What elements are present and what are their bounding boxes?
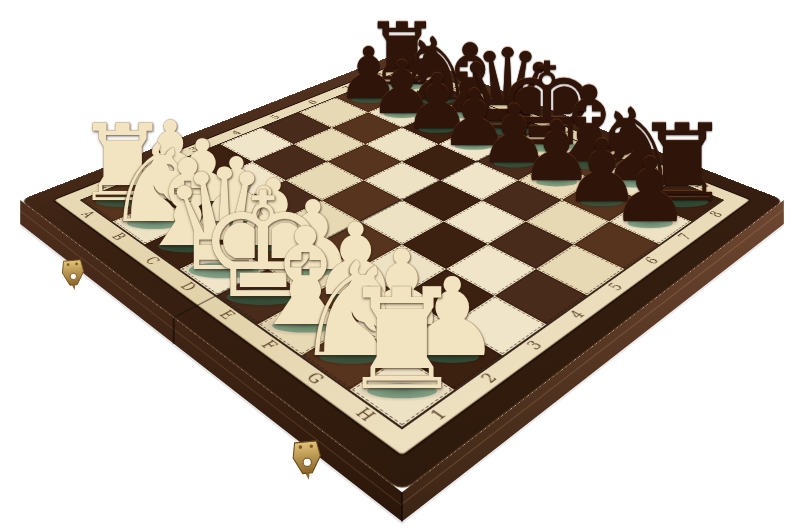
piece-black-pawn-h7[interactable]: ♟	[610, 147, 690, 236]
piece-white-rook-h1[interactable]: ♜	[340, 272, 465, 411]
pieces-layer: ♜♞♝♛♚♝♞♜♟♟♟♟♟♟♟♟♟♟♟♟♟♟♟♟♜♞♝♛♚♝♞♜	[0, 0, 800, 529]
chess-set-photo: AABBCCDDEEFFGGHH1122334455667788 ♜♞♝♛♚♝♞…	[0, 0, 800, 529]
